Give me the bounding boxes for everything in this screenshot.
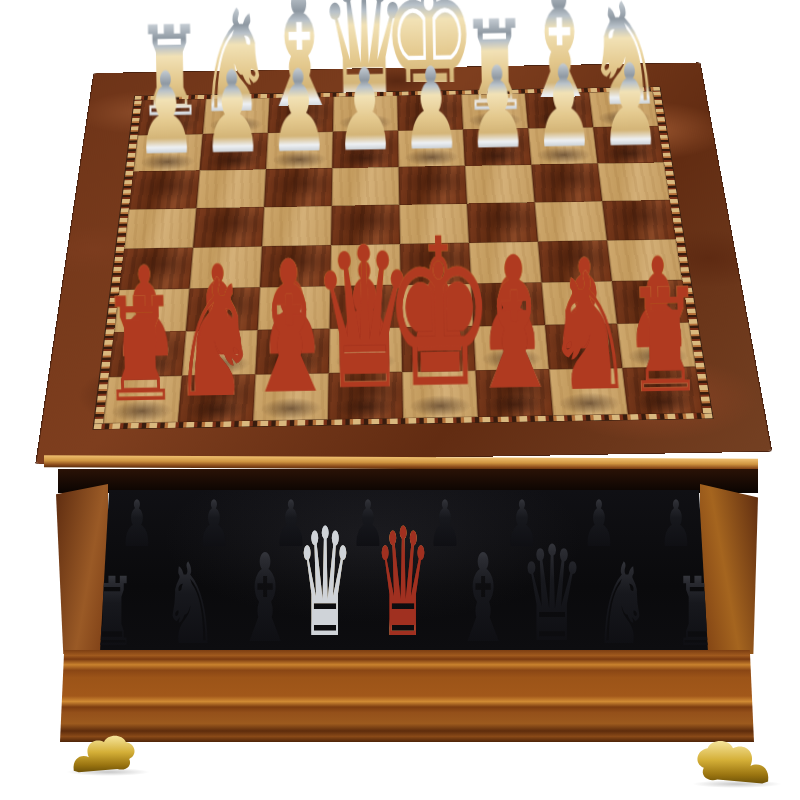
black-pawn-piece: ♟ xyxy=(598,48,661,162)
square-h1: ♜ xyxy=(622,367,703,415)
square-h7: ♟ xyxy=(593,126,664,163)
bishop-cutout: ♝ xyxy=(235,538,295,652)
queen-cutout: ♛ xyxy=(519,528,584,652)
square-a7: ♟ xyxy=(133,134,202,172)
gold-foot-ornament xyxy=(694,736,772,786)
black-pawn-piece: ♟ xyxy=(267,54,330,168)
black-pawn-piece: ♟ xyxy=(532,49,595,163)
square-c7: ♟ xyxy=(266,132,333,170)
square-a6 xyxy=(129,170,200,209)
box-right-wall xyxy=(700,484,758,654)
square-g6 xyxy=(531,163,602,202)
square-g7: ♟ xyxy=(528,127,597,164)
pawn-cutout: ♟ xyxy=(120,492,154,556)
knight-cutout: ♞ xyxy=(162,548,217,652)
square-b6 xyxy=(196,169,266,208)
play-area: ♜♞♝♛♚♜♝♞♟♟♟♟♟♟♟♟♟♟♟♟♟♟♟♟♜♞♝♛♚♝♞♜ xyxy=(103,91,703,423)
square-f1: ♝ xyxy=(476,369,553,417)
white-rook-piece: ♜ xyxy=(624,268,704,413)
black-pawn-piece: ♟ xyxy=(399,51,462,165)
rook-cutout: ♜ xyxy=(100,565,135,652)
square-c6 xyxy=(264,168,332,207)
square-b7: ♟ xyxy=(200,133,268,171)
black-pawn-piece: ♟ xyxy=(466,50,529,164)
square-a1: ♜ xyxy=(103,376,182,424)
gold-foot-ornament xyxy=(68,732,140,774)
bishop-cutout: ♝ xyxy=(453,538,513,652)
chess-set-photo: ♜♞♝♛♚♜♝♞♟♟♟♟♟♟♟♟♟♟♟♟♟♟♟♟♜♞♝♛♚♝♞♜ ♟♟♟♟♟♟♟… xyxy=(0,0,800,800)
square-e7: ♟ xyxy=(398,129,465,166)
knight-cutout: ♞ xyxy=(594,548,649,652)
white-knight-piece: ♞ xyxy=(544,250,635,414)
rook-cutout: ♜ xyxy=(675,565,708,652)
gold-queen-in-drawer: ♛ xyxy=(375,508,431,652)
box-left-wall xyxy=(56,484,108,654)
under-board-shadow xyxy=(58,469,758,493)
black-pawn-piece: ♟ xyxy=(333,53,396,167)
square-f7: ♟ xyxy=(463,128,531,165)
black-pawn-piece: ♟ xyxy=(200,55,263,169)
pawn-cutout: ♟ xyxy=(659,492,693,556)
black-pawn-piece: ♟ xyxy=(134,56,197,170)
right-gold-foot xyxy=(694,736,772,786)
square-g1: ♞ xyxy=(549,368,628,416)
left-gold-foot xyxy=(68,732,140,774)
square-d7: ♟ xyxy=(332,131,398,168)
drawer-felt-tray: ♟♟♟♟♟♟♟♟♜♞♝♛♛♝♛♞♜ xyxy=(100,490,708,652)
white-rook-piece: ♜ xyxy=(100,277,180,422)
drawer-front-panel xyxy=(60,650,754,742)
chess-board: ♜♞♝♛♚♜♝♞♟♟♟♟♟♟♟♟♟♟♟♟♟♟♟♟♜♞♝♛♚♝♞♜ xyxy=(36,63,771,464)
square-h6 xyxy=(598,162,670,201)
silver-queen-in-drawer: ♛ xyxy=(297,508,353,652)
